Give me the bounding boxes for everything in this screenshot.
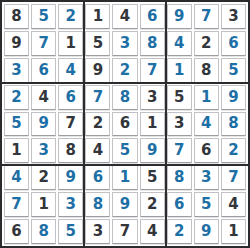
- box-divider-horizontal-1: [2, 82, 248, 84]
- cell-r6c6[interactable]: 9: [140, 138, 165, 163]
- cell-r1c8[interactable]: 7: [194, 4, 219, 29]
- cell-r3c4[interactable]: 9: [85, 58, 110, 83]
- cell-r9c8[interactable]: 9: [194, 219, 219, 244]
- cell-r5c4[interactable]: 2: [85, 112, 110, 137]
- cell-r4c9[interactable]: 9: [221, 85, 246, 110]
- cell-r1c3[interactable]: 2: [58, 4, 83, 29]
- cell-r4c3[interactable]: 6: [58, 85, 83, 110]
- cell-r6c1[interactable]: 1: [4, 138, 29, 163]
- cell-r6c7[interactable]: 7: [167, 138, 192, 163]
- cell-r9c3[interactable]: 5: [58, 219, 83, 244]
- cell-r7c1[interactable]: 4: [4, 165, 29, 190]
- cell-r3c5[interactable]: 2: [112, 58, 137, 83]
- cell-r3c3[interactable]: 4: [58, 58, 83, 83]
- cell-r8c6[interactable]: 2: [140, 192, 165, 217]
- cell-r2c2[interactable]: 7: [31, 31, 56, 56]
- cell-r7c4[interactable]: 6: [85, 165, 110, 190]
- cell-r8c2[interactable]: 1: [31, 192, 56, 217]
- cell-r6c3[interactable]: 8: [58, 138, 83, 163]
- cell-r9c5[interactable]: 7: [112, 219, 137, 244]
- cell-r4c8[interactable]: 1: [194, 85, 219, 110]
- cell-r2c6[interactable]: 8: [140, 31, 165, 56]
- cell-r3c9[interactable]: 5: [221, 58, 246, 83]
- cell-r7c9[interactable]: 7: [221, 165, 246, 190]
- cell-r8c7[interactable]: 6: [167, 192, 192, 217]
- cell-r3c1[interactable]: 3: [4, 58, 29, 83]
- cell-r1c4[interactable]: 1: [85, 4, 110, 29]
- box-divider-vertical-2: [165, 2, 167, 246]
- cell-r8c1[interactable]: 7: [4, 192, 29, 217]
- cell-r2c4[interactable]: 5: [85, 31, 110, 56]
- cell-r5c1[interactable]: 5: [4, 112, 29, 137]
- cell-r9c4[interactable]: 3: [85, 219, 110, 244]
- cell-r1c5[interactable]: 4: [112, 4, 137, 29]
- cell-r6c8[interactable]: 6: [194, 138, 219, 163]
- cell-r3c8[interactable]: 8: [194, 58, 219, 83]
- sudoku-grid: 8521469739715384263649271852467835195972…: [2, 2, 248, 246]
- cell-r6c2[interactable]: 3: [31, 138, 56, 163]
- cell-r2c8[interactable]: 2: [194, 31, 219, 56]
- cell-r4c1[interactable]: 2: [4, 85, 29, 110]
- cell-r7c5[interactable]: 1: [112, 165, 137, 190]
- cell-r1c7[interactable]: 9: [167, 4, 192, 29]
- cell-r8c8[interactable]: 5: [194, 192, 219, 217]
- cell-r2c5[interactable]: 3: [112, 31, 137, 56]
- cell-r4c7[interactable]: 5: [167, 85, 192, 110]
- cell-r4c6[interactable]: 3: [140, 85, 165, 110]
- cell-r5c7[interactable]: 3: [167, 112, 192, 137]
- cell-r7c8[interactable]: 3: [194, 165, 219, 190]
- cell-r7c7[interactable]: 8: [167, 165, 192, 190]
- cell-r4c4[interactable]: 7: [85, 85, 110, 110]
- cell-r6c9[interactable]: 2: [221, 138, 246, 163]
- cell-r7c6[interactable]: 5: [140, 165, 165, 190]
- cell-r2c1[interactable]: 9: [4, 31, 29, 56]
- cell-r9c9[interactable]: 1: [221, 219, 246, 244]
- cell-r1c1[interactable]: 8: [4, 4, 29, 29]
- cell-r5c6[interactable]: 1: [140, 112, 165, 137]
- cell-r5c3[interactable]: 7: [58, 112, 83, 137]
- cell-r4c5[interactable]: 8: [112, 85, 137, 110]
- cell-r7c3[interactable]: 9: [58, 165, 83, 190]
- box-divider-vertical-1: [83, 2, 85, 246]
- cell-r8c4[interactable]: 8: [85, 192, 110, 217]
- cell-r9c1[interactable]: 6: [4, 219, 29, 244]
- cell-r4c2[interactable]: 4: [31, 85, 56, 110]
- cell-r2c3[interactable]: 1: [58, 31, 83, 56]
- cell-r1c9[interactable]: 3: [221, 4, 246, 29]
- cell-r9c7[interactable]: 2: [167, 219, 192, 244]
- cell-r5c8[interactable]: 4: [194, 112, 219, 137]
- cell-r1c6[interactable]: 6: [140, 4, 165, 29]
- cell-r3c7[interactable]: 1: [167, 58, 192, 83]
- cell-r5c5[interactable]: 6: [112, 112, 137, 137]
- cell-r2c7[interactable]: 4: [167, 31, 192, 56]
- cell-r8c9[interactable]: 4: [221, 192, 246, 217]
- cell-r3c6[interactable]: 7: [140, 58, 165, 83]
- sudoku-board: 8521469739715384263649271852467835195972…: [0, 0, 250, 248]
- cell-r5c9[interactable]: 8: [221, 112, 246, 137]
- cell-r7c2[interactable]: 2: [31, 165, 56, 190]
- cell-r9c6[interactable]: 4: [140, 219, 165, 244]
- cell-r8c5[interactable]: 9: [112, 192, 137, 217]
- cell-r8c3[interactable]: 3: [58, 192, 83, 217]
- cell-r6c5[interactable]: 5: [112, 138, 137, 163]
- cell-r6c4[interactable]: 4: [85, 138, 110, 163]
- cell-r9c2[interactable]: 8: [31, 219, 56, 244]
- cell-r3c2[interactable]: 6: [31, 58, 56, 83]
- cell-r2c9[interactable]: 6: [221, 31, 246, 56]
- box-divider-horizontal-2: [2, 164, 248, 166]
- cell-r5c2[interactable]: 9: [31, 112, 56, 137]
- cell-r1c2[interactable]: 5: [31, 4, 56, 29]
